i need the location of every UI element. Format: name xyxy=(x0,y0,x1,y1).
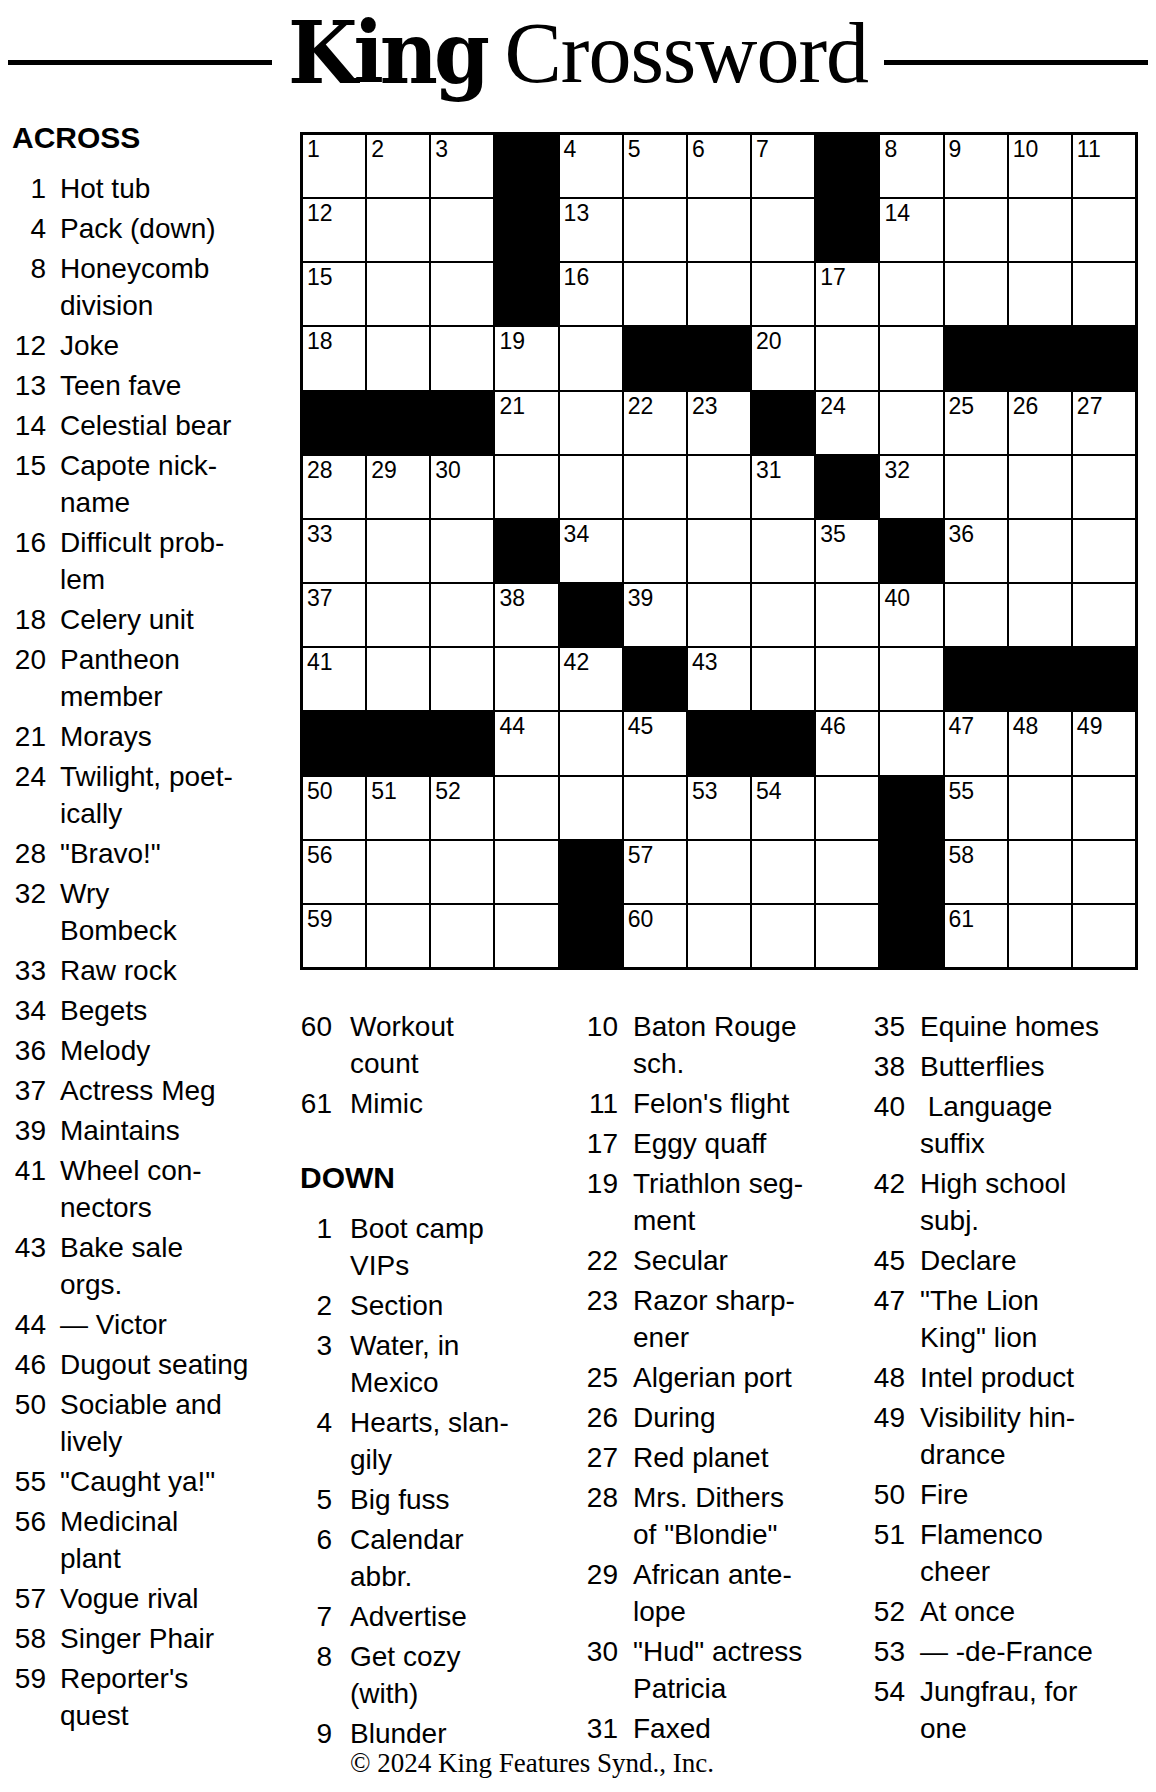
clue-column-three: 10Baton Rouge sch.11Felon's flight17Eggy… xyxy=(550,1008,842,1750)
grid-cell[interactable] xyxy=(688,584,750,646)
grid-cell[interactable]: 3 xyxy=(431,135,493,197)
puzzle-page: King Crossword ACROSS 1Hot tub4Pack (dow… xyxy=(0,0,1156,1792)
clue-across-59: 59Reporter's quest xyxy=(12,1660,264,1734)
grid-cell[interactable] xyxy=(816,777,878,839)
grid-cell[interactable]: 43 xyxy=(688,648,750,710)
grid-cell[interactable] xyxy=(431,905,493,967)
grid-cell[interactable]: 55 xyxy=(945,777,1007,839)
cell-number: 4 xyxy=(564,135,577,163)
grid-cell[interactable]: 37 xyxy=(303,584,365,646)
grid-cell[interactable] xyxy=(624,199,686,261)
grid-cell[interactable]: 11 xyxy=(1073,135,1135,197)
cell-number: 45 xyxy=(628,712,654,740)
grid-cell[interactable]: 24 xyxy=(816,392,878,454)
cell-number: 48 xyxy=(1013,712,1039,740)
cell-number: 1 xyxy=(307,135,320,163)
grid-cell[interactable] xyxy=(688,456,750,518)
clue-across-57: 57Vogue rival xyxy=(12,1580,264,1617)
grid-cell[interactable] xyxy=(945,199,1007,261)
clue-down-23: 23Razor sharp- ener xyxy=(550,1282,842,1356)
clue-down-11: 11Felon's flight xyxy=(550,1085,842,1122)
cell-number: 27 xyxy=(1077,392,1103,420)
grid-cell[interactable]: 5 xyxy=(624,135,686,197)
grid-cell-black xyxy=(816,199,878,261)
cell-number: 61 xyxy=(949,905,975,933)
grid-cell[interactable] xyxy=(560,456,622,518)
grid-cell[interactable]: 36 xyxy=(945,520,1007,582)
title-rule-left xyxy=(8,60,272,65)
clue-down-27: 27Red planet xyxy=(550,1439,842,1476)
clue-text: Wry Bombeck xyxy=(60,875,264,949)
clue-column-two: 60Workout count61Mimic DOWN 1Boot camp V… xyxy=(262,1008,534,1755)
grid-cell[interactable] xyxy=(816,327,878,389)
clue-number: 7 xyxy=(262,1598,332,1635)
cell-number: 43 xyxy=(692,648,718,676)
grid-cell[interactable]: 8 xyxy=(880,135,942,197)
clue-number: 53 xyxy=(838,1633,905,1670)
clue-number: 27 xyxy=(550,1439,618,1476)
clue-number: 22 xyxy=(550,1242,618,1279)
cell-number: 31 xyxy=(756,456,782,484)
clue-across-33: 33Raw rock xyxy=(12,952,264,989)
clue-number: 4 xyxy=(262,1404,332,1441)
clue-text: "Hud" actress Patricia xyxy=(633,1633,842,1707)
grid-cell[interactable] xyxy=(1009,905,1071,967)
clue-number: 56 xyxy=(12,1503,46,1540)
grid-cell[interactable] xyxy=(816,841,878,903)
grid-cell[interactable]: 13 xyxy=(560,199,622,261)
grid-cell[interactable]: 4 xyxy=(560,135,622,197)
clue-number: 24 xyxy=(12,758,46,795)
cell-number: 42 xyxy=(564,648,590,676)
grid-cell[interactable]: 12 xyxy=(303,199,365,261)
grid-cell[interactable]: 7 xyxy=(752,135,814,197)
grid-cell[interactable] xyxy=(816,905,878,967)
cell-number: 40 xyxy=(884,584,910,612)
grid-cell[interactable] xyxy=(560,712,622,774)
grid-cell[interactable]: 31 xyxy=(752,456,814,518)
grid-cell[interactable]: 26 xyxy=(1009,392,1071,454)
clue-text: Mrs. Dithers of "Blondie" xyxy=(633,1479,842,1553)
cell-number: 30 xyxy=(435,456,461,484)
grid-cell[interactable] xyxy=(560,392,622,454)
cell-number: 2 xyxy=(371,135,384,163)
grid-cell[interactable]: 14 xyxy=(880,199,942,261)
grid-cell[interactable]: 44 xyxy=(495,712,557,774)
grid-cell-black xyxy=(560,841,622,903)
clue-down-25: 25Algerian port xyxy=(550,1359,842,1396)
grid-cell[interactable]: 20 xyxy=(752,327,814,389)
clue-number: 5 xyxy=(262,1481,332,1518)
grid-cell[interactable]: 34 xyxy=(560,520,622,582)
cell-number: 57 xyxy=(628,841,654,869)
grid-cell[interactable]: 61 xyxy=(945,905,1007,967)
clue-number: 37 xyxy=(12,1072,46,1109)
grid-cell[interactable]: 29 xyxy=(367,456,429,518)
grid-cell[interactable] xyxy=(431,263,493,325)
grid-cell[interactable] xyxy=(1073,199,1135,261)
grid-cell[interactable] xyxy=(752,584,814,646)
grid-cell[interactable] xyxy=(367,841,429,903)
grid-cell[interactable] xyxy=(431,584,493,646)
clue-text: Sociable and lively xyxy=(60,1386,264,1460)
grid-cell[interactable] xyxy=(880,648,942,710)
grid-cell[interactable]: 6 xyxy=(688,135,750,197)
clue-text: Red planet xyxy=(633,1439,842,1476)
grid-cell[interactable] xyxy=(880,263,942,325)
clue-number: 59 xyxy=(12,1660,46,1697)
clue-down-30: 30"Hud" actress Patricia xyxy=(550,1633,842,1707)
clue-number: 40 xyxy=(838,1088,905,1125)
grid-cell-black xyxy=(880,841,942,903)
grid-cell[interactable] xyxy=(1073,520,1135,582)
cell-number: 59 xyxy=(307,905,333,933)
grid-cell[interactable]: 57 xyxy=(624,841,686,903)
grid-cell[interactable] xyxy=(560,327,622,389)
grid-cell[interactable] xyxy=(367,263,429,325)
clue-number: 23 xyxy=(550,1282,618,1319)
clue-text: Felon's flight xyxy=(633,1085,842,1122)
grid-cell[interactable]: 18 xyxy=(303,327,365,389)
clue-across-46: 46Dugout seating xyxy=(12,1346,264,1383)
clue-text: Hearts, slan- gily xyxy=(350,1404,534,1478)
grid-cell[interactable] xyxy=(752,841,814,903)
grid-cell-black xyxy=(303,712,365,774)
cell-number: 35 xyxy=(820,520,846,548)
clue-number: 2 xyxy=(262,1287,332,1324)
clue-number: 50 xyxy=(838,1476,905,1513)
grid-cell[interactable] xyxy=(624,263,686,325)
clue-text: "The Lion King" lion xyxy=(920,1282,1152,1356)
cell-number: 39 xyxy=(628,584,654,612)
grid-cell[interactable] xyxy=(624,456,686,518)
clue-number: 58 xyxy=(12,1620,46,1657)
grid-cell[interactable] xyxy=(945,456,1007,518)
grid-cell[interactable] xyxy=(560,777,622,839)
clue-number: 31 xyxy=(550,1710,618,1747)
grid-cell[interactable] xyxy=(688,841,750,903)
clue-down-17: 17Eggy quaff xyxy=(550,1125,842,1162)
clue-across-56: 56Medicinal plant xyxy=(12,1503,264,1577)
grid-cell-black xyxy=(495,199,557,261)
clue-across-24: 24Twilight, poet- ically xyxy=(12,758,264,832)
clue-number: 55 xyxy=(12,1463,46,1500)
cell-number: 26 xyxy=(1013,392,1039,420)
grid-cell[interactable]: 45 xyxy=(624,712,686,774)
grid-cell-black xyxy=(945,648,1007,710)
cell-number: 22 xyxy=(628,392,654,420)
grid-cell[interactable] xyxy=(495,648,557,710)
grid-cell[interactable] xyxy=(1009,456,1071,518)
cell-number: 23 xyxy=(692,392,718,420)
cell-number: 29 xyxy=(371,456,397,484)
down-clue-list-two: 10Baton Rouge sch.11Felon's flight17Eggy… xyxy=(550,1008,842,1747)
clue-text: Maintains xyxy=(60,1112,264,1149)
clue-across-39: 39Maintains xyxy=(12,1112,264,1149)
crossword-grid: 1234567891011121314151617181920212223242… xyxy=(300,132,1138,970)
grid-cell-black xyxy=(367,392,429,454)
grid-cell[interactable] xyxy=(1009,263,1071,325)
clue-text: — Victor xyxy=(60,1306,264,1343)
clue-text: Pack (down) xyxy=(60,210,264,247)
clue-number: 20 xyxy=(12,641,46,678)
clue-down-19: 19Triathlon seg- ment xyxy=(550,1165,842,1239)
cell-number: 8 xyxy=(884,135,897,163)
grid-cell[interactable] xyxy=(880,712,942,774)
grid-cell[interactable]: 25 xyxy=(945,392,1007,454)
grid-cell-black xyxy=(1073,648,1135,710)
grid-cell[interactable] xyxy=(880,392,942,454)
grid-cell-black xyxy=(752,712,814,774)
clue-number: 49 xyxy=(838,1399,905,1436)
grid-cell[interactable] xyxy=(688,905,750,967)
across-clue-list-main: 1Hot tub4Pack (down)8Honeycomb division1… xyxy=(12,170,264,1734)
cell-number: 5 xyxy=(628,135,641,163)
grid-cell[interactable] xyxy=(1073,905,1135,967)
grid-cell[interactable] xyxy=(367,520,429,582)
clue-text: During xyxy=(633,1399,842,1436)
grid-cell[interactable] xyxy=(688,520,750,582)
clue-text: Bake sale orgs. xyxy=(60,1229,264,1303)
grid-cell[interactable] xyxy=(752,648,814,710)
cell-number: 6 xyxy=(692,135,705,163)
grid-cell[interactable]: 15 xyxy=(303,263,365,325)
cell-number: 21 xyxy=(499,392,525,420)
grid-cell[interactable]: 42 xyxy=(560,648,622,710)
grid-cell[interactable]: 10 xyxy=(1009,135,1071,197)
clue-across-55: 55"Caught ya!" xyxy=(12,1463,264,1500)
clue-text: Big fuss xyxy=(350,1481,534,1518)
clue-text: Joke xyxy=(60,327,264,364)
grid-cell[interactable] xyxy=(431,327,493,389)
clue-number: 6 xyxy=(262,1521,332,1558)
grid-cell-black xyxy=(560,905,622,967)
clue-down-4: 4Hearts, slan- gily xyxy=(262,1404,534,1478)
cell-number: 10 xyxy=(1013,135,1039,163)
grid-cell[interactable] xyxy=(752,199,814,261)
grid-cell[interactable] xyxy=(1073,263,1135,325)
grid-cell-black xyxy=(945,327,1007,389)
cell-number: 28 xyxy=(307,456,333,484)
grid-cell[interactable]: 30 xyxy=(431,456,493,518)
grid-cell-black xyxy=(495,135,557,197)
cell-number: 36 xyxy=(949,520,975,548)
grid-cell[interactable]: 40 xyxy=(880,584,942,646)
grid-cell[interactable]: 16 xyxy=(560,263,622,325)
clue-down-47: 47"The Lion King" lion xyxy=(838,1282,1152,1356)
grid-cell[interactable]: 52 xyxy=(431,777,493,839)
grid-cell[interactable]: 35 xyxy=(816,520,878,582)
clue-across-34: 34Begets xyxy=(12,992,264,1029)
grid-cell[interactable] xyxy=(431,841,493,903)
grid-cell[interactable]: 39 xyxy=(624,584,686,646)
grid-cell[interactable] xyxy=(431,520,493,582)
grid-cell[interactable] xyxy=(1009,841,1071,903)
cell-number: 58 xyxy=(949,841,975,869)
clue-text: Butterflies xyxy=(920,1048,1152,1085)
clue-text: Mimic xyxy=(350,1085,534,1122)
grid-cell[interactable] xyxy=(1073,777,1135,839)
clue-text: Equine homes xyxy=(920,1008,1152,1045)
clue-number: 50 xyxy=(12,1386,46,1423)
grid-cell[interactable]: 46 xyxy=(816,712,878,774)
grid-cell[interactable] xyxy=(495,841,557,903)
grid-cell[interactable] xyxy=(752,520,814,582)
grid-cell[interactable]: 19 xyxy=(495,327,557,389)
clue-number: 11 xyxy=(550,1085,618,1122)
cell-number: 49 xyxy=(1077,712,1103,740)
grid-cell[interactable] xyxy=(816,584,878,646)
grid-cell[interactable]: 38 xyxy=(495,584,557,646)
clue-number: 61 xyxy=(262,1085,332,1122)
grid-cell[interactable]: 60 xyxy=(624,905,686,967)
grid-cell[interactable]: 51 xyxy=(367,777,429,839)
clue-number: 54 xyxy=(838,1673,905,1710)
clue-text: Hot tub xyxy=(60,170,264,207)
grid-cell[interactable] xyxy=(1009,777,1071,839)
clue-number: 35 xyxy=(838,1008,905,1045)
grid-cell[interactable] xyxy=(367,199,429,261)
grid-cell-black xyxy=(495,520,557,582)
grid-cell[interactable]: 32 xyxy=(880,456,942,518)
clue-down-50: 50Fire xyxy=(838,1476,1152,1513)
grid-cell[interactable] xyxy=(880,327,942,389)
clue-number: 28 xyxy=(550,1479,618,1516)
clue-down-7: 7Advertise xyxy=(262,1598,534,1635)
grid-cell[interactable] xyxy=(816,648,878,710)
clue-number: 38 xyxy=(838,1048,905,1085)
grid-cell-black xyxy=(495,263,557,325)
clue-across-43: 43Bake sale orgs. xyxy=(12,1229,264,1303)
grid-cell[interactable] xyxy=(1009,584,1071,646)
grid-cell[interactable]: 21 xyxy=(495,392,557,454)
clue-text: Language suffix xyxy=(920,1088,1152,1162)
grid-cell[interactable] xyxy=(752,905,814,967)
cell-number: 25 xyxy=(949,392,975,420)
grid-cell[interactable] xyxy=(495,777,557,839)
cell-number: 38 xyxy=(499,584,525,612)
clue-number: 36 xyxy=(12,1032,46,1069)
cell-number: 19 xyxy=(499,327,525,355)
grid-cell-black xyxy=(880,520,942,582)
grid-cell[interactable]: 53 xyxy=(688,777,750,839)
grid-cell[interactable] xyxy=(1009,199,1071,261)
grid-cell[interactable]: 23 xyxy=(688,392,750,454)
clue-number: 32 xyxy=(12,875,46,912)
clue-text: Difficult prob- lem xyxy=(60,524,264,598)
grid-cell[interactable] xyxy=(367,584,429,646)
grid-cell[interactable] xyxy=(945,584,1007,646)
grid-cell[interactable] xyxy=(431,648,493,710)
grid-cell[interactable]: 54 xyxy=(752,777,814,839)
cell-number: 16 xyxy=(564,263,590,291)
clue-across-14: 14Celestial bear xyxy=(12,407,264,444)
grid-cell[interactable] xyxy=(1073,584,1135,646)
grid-cell[interactable] xyxy=(495,905,557,967)
clue-number: 43 xyxy=(12,1229,46,1266)
clue-text: Advertise xyxy=(350,1598,534,1635)
clue-text: Singer Phair xyxy=(60,1620,264,1657)
clue-text: Twilight, poet- ically xyxy=(60,758,264,832)
cell-number: 3 xyxy=(435,135,448,163)
grid-cell[interactable] xyxy=(624,777,686,839)
grid-cell[interactable] xyxy=(1073,841,1135,903)
clue-number: 9 xyxy=(262,1715,332,1752)
clue-text: Morays xyxy=(60,718,264,755)
cell-number: 32 xyxy=(884,456,910,484)
grid-cell[interactable]: 47 xyxy=(945,712,1007,774)
clue-text: Reporter's quest xyxy=(60,1660,264,1734)
clue-number: 18 xyxy=(12,601,46,638)
cell-number: 47 xyxy=(949,712,975,740)
clue-number: 51 xyxy=(838,1516,905,1553)
grid-cell[interactable] xyxy=(1073,456,1135,518)
clue-number: 8 xyxy=(262,1638,332,1675)
clue-text: Teen fave xyxy=(60,367,264,404)
grid-cell[interactable] xyxy=(752,263,814,325)
clue-text: Celestial bear xyxy=(60,407,264,444)
clue-across-44: 44— Victor xyxy=(12,1306,264,1343)
clue-across-20: 20Pantheon member xyxy=(12,641,264,715)
grid-cell[interactable] xyxy=(688,199,750,261)
grid-cell[interactable]: 41 xyxy=(303,648,365,710)
page-title: King Crossword xyxy=(272,3,884,103)
grid-cell[interactable] xyxy=(1009,520,1071,582)
grid-cell[interactable] xyxy=(367,648,429,710)
grid-cell[interactable]: 9 xyxy=(945,135,1007,197)
clue-across-1: 1Hot tub xyxy=(12,170,264,207)
clue-down-9: 9Blunder xyxy=(262,1715,534,1752)
grid-cell-black xyxy=(1009,327,1071,389)
grid-cell[interactable]: 50 xyxy=(303,777,365,839)
clue-number: 28 xyxy=(12,835,46,872)
clue-down-1: 1Boot camp VIPs xyxy=(262,1210,534,1284)
clue-text: Razor sharp- ener xyxy=(633,1282,842,1356)
grid-cell[interactable]: 48 xyxy=(1009,712,1071,774)
grid-cell[interactable]: 27 xyxy=(1073,392,1135,454)
grid-cell[interactable]: 33 xyxy=(303,520,365,582)
clue-text: Intel product xyxy=(920,1359,1152,1396)
grid-cell[interactable] xyxy=(945,263,1007,325)
grid-cell[interactable] xyxy=(431,199,493,261)
grid-cell[interactable] xyxy=(624,520,686,582)
grid-cell[interactable]: 17 xyxy=(816,263,878,325)
clue-text: At once xyxy=(920,1593,1152,1630)
grid-cell[interactable]: 28 xyxy=(303,456,365,518)
grid-cell[interactable]: 22 xyxy=(624,392,686,454)
grid-cell[interactable] xyxy=(688,263,750,325)
grid-cell[interactable] xyxy=(367,905,429,967)
grid-cell[interactable]: 56 xyxy=(303,841,365,903)
grid-cell[interactable]: 59 xyxy=(303,905,365,967)
grid-cell-black xyxy=(624,327,686,389)
clue-text: Celery unit xyxy=(60,601,264,638)
grid-cell[interactable]: 1 xyxy=(303,135,365,197)
across-header: ACROSS xyxy=(12,118,264,158)
clue-across-58: 58Singer Phair xyxy=(12,1620,264,1657)
clue-text: Algerian port xyxy=(633,1359,842,1396)
cell-number: 14 xyxy=(884,199,910,227)
cell-number: 9 xyxy=(949,135,962,163)
grid-cell[interactable] xyxy=(495,456,557,518)
grid-cell[interactable] xyxy=(367,327,429,389)
cell-number: 53 xyxy=(692,777,718,805)
grid-cell[interactable]: 49 xyxy=(1073,712,1135,774)
clue-across-36: 36Melody xyxy=(12,1032,264,1069)
grid-cell[interactable]: 2 xyxy=(367,135,429,197)
grid-cell[interactable]: 58 xyxy=(945,841,1007,903)
grid-cell-black xyxy=(303,392,365,454)
